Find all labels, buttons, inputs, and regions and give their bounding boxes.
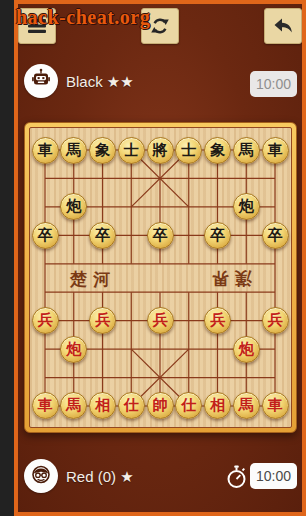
xiangqi-app: hack-cheat.org: [14, 0, 306, 516]
piece-red-soldier[interactable]: 兵: [204, 307, 231, 334]
boy-face-icon: [29, 462, 53, 490]
black-avatar: [24, 64, 58, 98]
piece-red-soldier[interactable]: 兵: [147, 307, 174, 334]
piece-black-soldier[interactable]: 卒: [204, 222, 231, 249]
piece-black-advisor[interactable]: 士: [175, 137, 202, 164]
piece-black-horse[interactable]: 馬: [60, 137, 87, 164]
red-timer: 10:00: [250, 463, 297, 489]
piece-black-soldier[interactable]: 卒: [32, 222, 59, 249]
piece-red-chariot[interactable]: 車: [32, 392, 59, 419]
piece-black-soldier[interactable]: 卒: [147, 222, 174, 249]
black-timer: 10:00: [250, 71, 297, 97]
refresh-icon: [148, 14, 172, 38]
xiangqi-board[interactable]: 楚河 漢界 車馬象士將士象馬車炮炮卒卒卒卒卒兵兵兵兵兵炮炮車馬相仕帥仕相馬車: [24, 122, 297, 433]
black-player-name: Black ★★: [66, 73, 134, 91]
river-label-left: 楚河: [70, 265, 116, 293]
robot-icon: [29, 67, 53, 95]
undo-button[interactable]: [264, 8, 302, 44]
piece-black-cannon[interactable]: 炮: [233, 193, 260, 220]
undo-arrow-icon: [271, 14, 295, 38]
piece-black-general[interactable]: 將: [147, 137, 174, 164]
piece-red-soldier[interactable]: 兵: [262, 307, 289, 334]
piece-red-soldier[interactable]: 兵: [32, 307, 59, 334]
piece-red-soldier[interactable]: 兵: [89, 307, 116, 334]
red-avatar: [24, 459, 58, 493]
piece-red-general[interactable]: 帥: [147, 392, 174, 419]
stopwatch-icon: [225, 464, 248, 494]
watermark: hack-cheat.org: [16, 6, 150, 29]
piece-black-soldier[interactable]: 卒: [89, 222, 116, 249]
piece-black-elephant[interactable]: 象: [89, 137, 116, 164]
piece-black-horse[interactable]: 馬: [233, 137, 260, 164]
piece-black-advisor[interactable]: 士: [118, 137, 145, 164]
piece-red-chariot[interactable]: 車: [262, 392, 289, 419]
red-player-name: Red (0) ★: [66, 468, 134, 486]
board-wood: 楚河 漢界 車馬象士將士象馬車炮炮卒卒卒卒卒兵兵兵兵兵炮炮車馬相仕帥仕相馬車: [29, 127, 292, 428]
piece-black-soldier[interactable]: 卒: [262, 222, 289, 249]
piece-black-chariot[interactable]: 車: [32, 137, 59, 164]
piece-red-cannon[interactable]: 炮: [60, 336, 87, 363]
river-label-right: 漢界: [206, 265, 252, 293]
piece-black-chariot[interactable]: 車: [262, 137, 289, 164]
piece-black-elephant[interactable]: 象: [204, 137, 231, 164]
piece-red-cannon[interactable]: 炮: [233, 336, 260, 363]
